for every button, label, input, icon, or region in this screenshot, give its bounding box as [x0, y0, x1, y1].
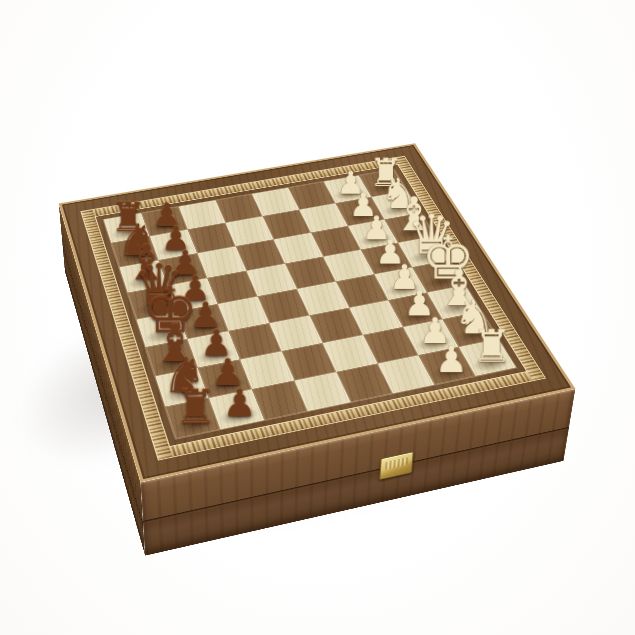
piece-black-rook[interactable]: ♜ [172, 384, 218, 431]
piece-black-pawn[interactable]: ♟ [217, 384, 262, 422]
chess-box: ♜♟♟♜♞♟♟♞♝♟♟♝♛♟♟♛♚♟♟♚♝♟♟♝♞♟♟♞♜♟♟♜ [59, 143, 576, 482]
piece-white-rook[interactable]: ♜ [470, 324, 514, 369]
brass-clasp-icon [380, 452, 414, 481]
product-photo: { "game": "chess", "scene": { "type": "b… [0, 0, 635, 635]
white-backdrop: ♜♟♟♜♞♟♟♞♝♟♟♝♛♟♟♛♚♟♟♚♝♟♟♝♞♟♟♞♜♟♟♜ [0, 0, 635, 635]
piece-white-pawn[interactable]: ♟ [429, 341, 473, 377]
